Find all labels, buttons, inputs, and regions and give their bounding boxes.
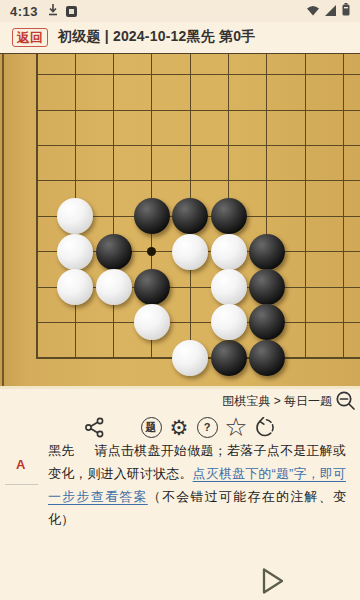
problem-badge-icon: 题 xyxy=(141,417,162,438)
grid-line xyxy=(113,54,114,359)
variation-marker[interactable]: A xyxy=(16,457,25,472)
stone-white-C3 xyxy=(96,269,132,305)
favorite-button[interactable]: ☆ xyxy=(223,413,249,441)
play-icon xyxy=(255,564,289,598)
star-icon: ☆ xyxy=(224,414,247,440)
mover-label: 黑先 xyxy=(48,443,75,458)
wifi-icon xyxy=(306,2,320,20)
grid-line xyxy=(36,180,360,181)
breadcrumb-row: 围棋宝典 > 每日一题 xyxy=(0,390,360,412)
gear-icon: ⚙ xyxy=(170,417,189,438)
stone-white-F4 xyxy=(211,234,247,270)
app-screen: 4:13 返回 初级题 | 2024-10-12黑 xyxy=(0,0,360,600)
share-button[interactable] xyxy=(82,413,106,441)
header: 返回 初级题 | 2024-10-12黑先 第0手 xyxy=(0,22,360,52)
stone-white-F3 xyxy=(211,269,247,305)
battery-icon xyxy=(342,2,350,20)
stone-black-G4 xyxy=(249,234,285,270)
stone-black-G1 xyxy=(249,340,285,376)
stone-black-G3 xyxy=(249,269,285,305)
clock: 4:13 xyxy=(10,4,38,19)
stone-white-B3 xyxy=(57,269,93,305)
reset-button[interactable] xyxy=(252,413,276,441)
stone-white-D2 xyxy=(134,304,170,340)
stone-white-B4 xyxy=(57,234,93,270)
instructions-text: 黑先请点击棋盘开始做题；若落子点不是正解或变化，则进入研讨状态。点灭棋盘下的“题… xyxy=(48,439,346,531)
board-edge-shadow xyxy=(2,54,4,386)
go-board[interactable] xyxy=(0,53,360,389)
star-point xyxy=(147,247,156,256)
stone-black-G2 xyxy=(249,304,285,340)
download-icon xyxy=(47,2,59,20)
page-title: 初级题 | 2024-10-12黑先 第0手 xyxy=(58,28,255,46)
settings-button[interactable]: ⚙ xyxy=(167,413,191,441)
back-button[interactable]: 返回 xyxy=(12,28,48,47)
stone-black-E5 xyxy=(172,198,208,234)
undo-icon xyxy=(254,417,275,438)
grid-line xyxy=(36,145,360,146)
grid-line xyxy=(36,322,360,323)
stone-black-F1 xyxy=(211,340,247,376)
stone-white-E4 xyxy=(172,234,208,270)
stone-black-D5 xyxy=(134,198,170,234)
divider-line xyxy=(5,484,38,485)
stone-white-F2 xyxy=(211,304,247,340)
grid-line xyxy=(36,110,360,111)
help-button[interactable]: ? xyxy=(195,413,219,441)
app-badge-icon xyxy=(66,6,77,17)
stone-white-B5 xyxy=(57,198,93,234)
stone-black-C4 xyxy=(96,234,132,270)
stone-black-F5 xyxy=(211,198,247,234)
status-bar: 4:13 xyxy=(0,0,360,22)
stone-black-D3 xyxy=(134,269,170,305)
play-button[interactable] xyxy=(255,564,289,598)
stone-white-E1 xyxy=(172,340,208,376)
grid-line xyxy=(36,54,38,359)
breadcrumb: 围棋宝典 > 每日一题 xyxy=(222,393,332,410)
grid-line xyxy=(305,54,306,359)
grid-line xyxy=(343,54,344,359)
zoom-out-icon[interactable] xyxy=(335,390,357,412)
problem-badge-button[interactable]: 题 xyxy=(139,413,163,441)
question-icon: ? xyxy=(197,417,218,438)
signal-icon xyxy=(325,2,337,20)
grid-line xyxy=(36,74,360,75)
